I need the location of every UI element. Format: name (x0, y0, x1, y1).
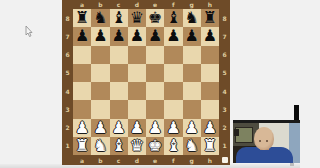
mouse-cursor-icon (25, 22, 33, 41)
square-c7[interactable]: ♟ (110, 27, 128, 45)
rank-labels-left: 87654321 (62, 9, 73, 155)
square-a2[interactable]: ♟ (73, 119, 91, 137)
rank-label: 7 (219, 27, 230, 45)
square-f3[interactable] (164, 100, 182, 118)
square-h7[interactable]: ♟ (201, 27, 219, 45)
piece-white-pawn[interactable]: ♟ (184, 120, 198, 136)
piece-white-pawn[interactable]: ♟ (130, 120, 144, 136)
square-h3[interactable] (201, 100, 219, 118)
square-e7[interactable]: ♟ (146, 27, 164, 45)
piece-white-pawn[interactable]: ♟ (93, 120, 107, 136)
resize-grip-icon (290, 163, 294, 166)
square-e3[interactable] (146, 100, 164, 118)
square-b8[interactable]: ♞ (91, 9, 109, 27)
square-h2[interactable]: ♟ (201, 119, 219, 137)
board-grid: ♜♞♝♛♚♝♞♜♟♟♟♟♟♟♟♟♟♟♟♟♟♟♟♟♜♞♝♛♚♝♞♜ (73, 9, 219, 155)
piece-black-queen[interactable]: ♛ (130, 10, 144, 26)
square-h1[interactable]: ♜ (201, 137, 219, 155)
piece-black-bishop[interactable]: ♝ (166, 10, 180, 26)
rank-labels-right: 87654321 (219, 9, 230, 155)
rank-label: 5 (219, 64, 230, 82)
rank-label: 3 (62, 100, 73, 118)
piece-black-knight[interactable]: ♞ (184, 10, 198, 26)
square-g1[interactable]: ♞ (183, 137, 201, 155)
square-g7[interactable]: ♟ (183, 27, 201, 45)
piece-white-rook[interactable]: ♜ (203, 138, 217, 154)
webcam-feed (233, 120, 300, 163)
square-b2[interactable]: ♟ (91, 119, 109, 137)
file-label: c (110, 155, 128, 165)
rank-label: 3 (219, 100, 230, 118)
piece-black-pawn[interactable]: ♟ (166, 28, 180, 44)
square-c5[interactable] (110, 64, 128, 82)
square-e8[interactable]: ♚ (146, 9, 164, 27)
file-label: b (91, 155, 109, 165)
square-a6[interactable] (73, 46, 91, 64)
rank-label: 6 (219, 46, 230, 64)
square-c3[interactable] (110, 100, 128, 118)
rank-label: 8 (62, 9, 73, 27)
rank-label: 6 (62, 46, 73, 64)
square-b7[interactable]: ♟ (91, 27, 109, 45)
square-f5[interactable] (164, 64, 182, 82)
square-g5[interactable] (183, 64, 201, 82)
piece-white-pawn[interactable]: ♟ (148, 120, 162, 136)
webcam-player-eye (259, 140, 261, 142)
piece-black-pawn[interactable]: ♟ (184, 28, 198, 44)
file-label: f (164, 155, 182, 165)
square-b3[interactable] (91, 100, 109, 118)
square-g4[interactable] (183, 82, 201, 100)
piece-black-pawn[interactable]: ♟ (203, 28, 217, 44)
square-f7[interactable]: ♟ (164, 27, 182, 45)
rank-label: 1 (219, 137, 230, 155)
square-g6[interactable] (183, 46, 201, 64)
square-d2[interactable]: ♟ (128, 119, 146, 137)
square-d5[interactable] (128, 64, 146, 82)
piece-white-rook[interactable]: ♜ (75, 138, 89, 154)
square-g3[interactable] (183, 100, 201, 118)
square-d6[interactable] (128, 46, 146, 64)
square-b4[interactable] (91, 82, 109, 100)
piece-black-pawn[interactable]: ♟ (75, 28, 89, 44)
piece-white-pawn[interactable]: ♟ (75, 120, 89, 136)
square-g2[interactable]: ♟ (183, 119, 201, 137)
square-f2[interactable]: ♟ (164, 119, 182, 137)
piece-black-rook[interactable]: ♜ (203, 10, 217, 26)
rank-label: 4 (62, 82, 73, 100)
square-c6[interactable] (110, 46, 128, 64)
rank-label: 5 (62, 64, 73, 82)
square-e6[interactable] (146, 46, 164, 64)
piece-black-rook[interactable]: ♜ (75, 10, 89, 26)
rank-label: 7 (62, 27, 73, 45)
square-d8[interactable]: ♛ (128, 9, 146, 27)
square-f1[interactable]: ♝ (164, 137, 182, 155)
piece-black-pawn[interactable]: ♟ (148, 28, 162, 44)
rank-label: 8 (219, 9, 230, 27)
file-label: e (146, 155, 164, 165)
piece-black-pawn[interactable]: ♟ (111, 28, 125, 44)
file-label: d (128, 155, 146, 165)
rank-label: 4 (219, 82, 230, 100)
square-e2[interactable]: ♟ (146, 119, 164, 137)
square-c2[interactable]: ♟ (110, 119, 128, 137)
rank-label: 2 (62, 119, 73, 137)
file-labels-bottom: abcdefgh (73, 155, 219, 165)
piece-white-pawn[interactable]: ♟ (166, 120, 180, 136)
square-e1[interactable]: ♚ (146, 137, 164, 155)
file-label: g (183, 155, 201, 165)
square-a7[interactable]: ♟ (73, 27, 91, 45)
square-b5[interactable] (91, 64, 109, 82)
rank-label: 2 (219, 119, 230, 137)
rank-label: 1 (62, 137, 73, 155)
square-a1[interactable]: ♜ (73, 137, 91, 155)
file-label: h (201, 155, 219, 165)
square-b1[interactable]: ♞ (91, 137, 109, 155)
square-a8[interactable]: ♜ (73, 9, 91, 27)
square-a5[interactable] (73, 64, 91, 82)
square-h4[interactable] (201, 82, 219, 100)
piece-white-pawn[interactable]: ♟ (111, 120, 125, 136)
piece-white-bishop[interactable]: ♝ (111, 138, 125, 154)
chess-board: abcdefgh abcdefgh 87654321 87654321 ♜♞♝♛… (62, 0, 230, 165)
square-b6[interactable] (91, 46, 109, 64)
square-g8[interactable]: ♞ (183, 9, 201, 27)
square-f4[interactable] (164, 82, 182, 100)
webcam-picture-frame (234, 129, 239, 136)
piece-black-pawn[interactable]: ♟ (130, 28, 144, 44)
piece-white-king[interactable]: ♚ (148, 138, 162, 154)
piece-black-king[interactable]: ♚ (148, 10, 162, 26)
square-h8[interactable]: ♜ (201, 9, 219, 27)
webcam-player-head (254, 127, 274, 150)
square-c4[interactable] (110, 82, 128, 100)
square-d3[interactable] (128, 100, 146, 118)
piece-white-queen[interactable]: ♛ (130, 138, 144, 154)
board-resize-icon[interactable] (222, 157, 228, 163)
piece-white-knight[interactable]: ♞ (184, 138, 198, 154)
square-a3[interactable] (73, 100, 91, 118)
file-label: a (73, 155, 91, 165)
square-d4[interactable] (128, 82, 146, 100)
square-a4[interactable] (73, 82, 91, 100)
square-c1[interactable]: ♝ (110, 137, 128, 155)
square-f8[interactable]: ♝ (164, 9, 182, 27)
screen-edge-strip (294, 105, 299, 121)
piece-white-bishop[interactable]: ♝ (166, 138, 180, 154)
square-c8[interactable]: ♝ (110, 9, 128, 27)
square-e5[interactable] (146, 64, 164, 82)
square-d7[interactable]: ♟ (128, 27, 146, 45)
square-h5[interactable] (201, 64, 219, 82)
square-e4[interactable] (146, 82, 164, 100)
piece-black-bishop[interactable]: ♝ (111, 10, 125, 26)
piece-white-pawn[interactable]: ♟ (203, 120, 217, 136)
webcam-player-eye (266, 140, 268, 142)
square-f6[interactable] (164, 46, 182, 64)
square-h6[interactable] (201, 46, 219, 64)
piece-white-knight[interactable]: ♞ (93, 138, 107, 154)
square-d1[interactable]: ♛ (128, 137, 146, 155)
piece-black-knight[interactable]: ♞ (93, 10, 107, 26)
piece-black-pawn[interactable]: ♟ (93, 28, 107, 44)
